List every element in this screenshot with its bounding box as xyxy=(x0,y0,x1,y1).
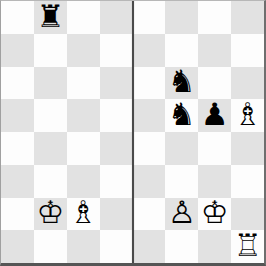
square-f2[interactable]: ♙ xyxy=(165,198,198,231)
black-rook[interactable]: ♜ xyxy=(36,1,64,32)
square-c8[interactable] xyxy=(67,1,100,34)
square-d1[interactable] xyxy=(100,230,133,263)
square-a5[interactable] xyxy=(1,99,34,132)
square-h3[interactable] xyxy=(231,165,264,198)
square-h4[interactable] xyxy=(231,132,264,165)
square-c5[interactable] xyxy=(67,99,100,132)
square-g7[interactable] xyxy=(198,34,231,67)
square-c4[interactable] xyxy=(67,132,100,165)
square-e2[interactable] xyxy=(133,198,166,231)
white-bishop[interactable]: ♗ xyxy=(234,99,262,130)
square-h5[interactable]: ♗ xyxy=(231,99,264,132)
square-h7[interactable] xyxy=(231,34,264,67)
square-g3[interactable] xyxy=(198,165,231,198)
square-b8[interactable]: ♜ xyxy=(34,1,67,34)
square-b2[interactable]: ♔ xyxy=(34,198,67,231)
black-knight[interactable]: ♞ xyxy=(168,66,196,97)
square-b7[interactable] xyxy=(34,34,67,67)
white-king[interactable]: ♔ xyxy=(36,197,64,228)
square-c3[interactable] xyxy=(67,165,100,198)
diagram-divider xyxy=(132,0,134,266)
square-d2[interactable] xyxy=(100,198,133,231)
square-a4[interactable] xyxy=(1,132,34,165)
square-g1[interactable] xyxy=(198,230,231,263)
square-a6[interactable] xyxy=(1,67,34,100)
chess-board: ♜♞♞♟♗♔♗♙♔♖ xyxy=(0,0,266,266)
square-g2[interactable]: ♔ xyxy=(198,198,231,231)
square-f5[interactable]: ♞ xyxy=(165,99,198,132)
square-a2[interactable] xyxy=(1,198,34,231)
square-a8[interactable] xyxy=(1,1,34,34)
black-pawn[interactable]: ♟ xyxy=(201,99,229,130)
square-e3[interactable] xyxy=(133,165,166,198)
white-bishop[interactable]: ♗ xyxy=(69,197,97,228)
square-f4[interactable] xyxy=(165,132,198,165)
square-f7[interactable] xyxy=(165,34,198,67)
square-b5[interactable] xyxy=(34,99,67,132)
square-g6[interactable] xyxy=(198,67,231,100)
square-d5[interactable] xyxy=(100,99,133,132)
square-h2[interactable] xyxy=(231,198,264,231)
square-a1[interactable] xyxy=(1,230,34,263)
square-c6[interactable] xyxy=(67,67,100,100)
square-c1[interactable] xyxy=(67,230,100,263)
square-d3[interactable] xyxy=(100,165,133,198)
square-f3[interactable] xyxy=(165,165,198,198)
white-pawn[interactable]: ♙ xyxy=(168,197,196,228)
square-e8[interactable] xyxy=(133,1,166,34)
square-b6[interactable] xyxy=(34,67,67,100)
square-g5[interactable]: ♟ xyxy=(198,99,231,132)
square-e5[interactable] xyxy=(133,99,166,132)
square-e4[interactable] xyxy=(133,132,166,165)
square-b3[interactable] xyxy=(34,165,67,198)
square-e6[interactable] xyxy=(133,67,166,100)
square-d4[interactable] xyxy=(100,132,133,165)
square-h1[interactable]: ♖ xyxy=(231,230,264,263)
square-f6[interactable]: ♞ xyxy=(165,67,198,100)
square-f8[interactable] xyxy=(165,1,198,34)
white-king[interactable]: ♔ xyxy=(201,197,229,228)
square-d7[interactable] xyxy=(100,34,133,67)
black-knight[interactable]: ♞ xyxy=(168,99,196,130)
square-b1[interactable] xyxy=(34,230,67,263)
square-d6[interactable] xyxy=(100,67,133,100)
square-e1[interactable] xyxy=(133,230,166,263)
square-g8[interactable] xyxy=(198,1,231,34)
white-rook[interactable]: ♖ xyxy=(234,230,262,261)
square-g4[interactable] xyxy=(198,132,231,165)
square-d8[interactable] xyxy=(100,1,133,34)
square-f1[interactable] xyxy=(165,230,198,263)
square-a7[interactable] xyxy=(1,34,34,67)
square-h8[interactable] xyxy=(231,1,264,34)
square-c2[interactable]: ♗ xyxy=(67,198,100,231)
square-a3[interactable] xyxy=(1,165,34,198)
square-e7[interactable] xyxy=(133,34,166,67)
square-h6[interactable] xyxy=(231,67,264,100)
square-b4[interactable] xyxy=(34,132,67,165)
square-c7[interactable] xyxy=(67,34,100,67)
